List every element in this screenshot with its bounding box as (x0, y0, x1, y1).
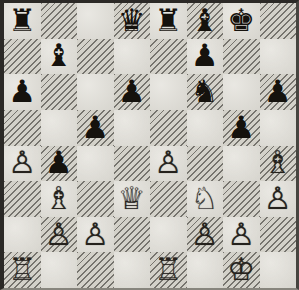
square-c4 (77, 146, 114, 182)
square-c7 (77, 39, 114, 75)
chess-diagram: ♜♛♜♝♚♝♟♟♟♞♟♟♟♙♟♙♗♗♕♘♙♙♙♙♙♖♖♔ (0, 0, 299, 290)
white-queen-d3: ♕ (118, 181, 146, 216)
square-a8: ♜ (4, 3, 41, 39)
square-d6: ♟ (114, 74, 151, 110)
square-e5 (150, 110, 187, 146)
square-c5: ♟ (77, 110, 114, 146)
black-bishop-f8: ♝ (191, 3, 219, 38)
square-e3 (150, 181, 187, 217)
square-a7 (4, 39, 41, 75)
black-knight-f6: ♞ (191, 74, 219, 109)
square-f6: ♞ (187, 74, 224, 110)
black-rook-a8: ♜ (8, 3, 36, 38)
square-b4: ♟ (41, 146, 78, 182)
square-c8 (77, 3, 114, 39)
square-e7 (150, 39, 187, 75)
black-pawn-g5: ♟ (227, 110, 255, 145)
square-h5 (260, 110, 297, 146)
square-g6 (223, 74, 260, 110)
square-a6: ♟ (4, 74, 41, 110)
square-a4: ♙ (4, 146, 41, 182)
white-rook-e1: ♖ (154, 252, 182, 287)
square-d4 (114, 146, 151, 182)
square-f5 (187, 110, 224, 146)
square-e8: ♜ (150, 3, 187, 39)
white-pawn-g2: ♙ (227, 217, 255, 252)
square-h8 (260, 3, 297, 39)
square-f7: ♟ (187, 39, 224, 75)
square-a2 (4, 217, 41, 253)
square-d1 (114, 252, 151, 288)
black-pawn-b4: ♟ (45, 146, 73, 181)
square-g3 (223, 181, 260, 217)
square-c6 (77, 74, 114, 110)
square-a1: ♖ (4, 252, 41, 288)
square-b6 (41, 74, 78, 110)
square-f8: ♝ (187, 3, 224, 39)
white-pawn-f2: ♙ (191, 217, 219, 252)
square-e4: ♙ (150, 146, 187, 182)
white-pawn-c2: ♙ (81, 217, 109, 252)
black-pawn-a6: ♟ (8, 74, 36, 109)
black-pawn-d6: ♟ (118, 74, 146, 109)
square-g4 (223, 146, 260, 182)
white-pawn-b2: ♙ (45, 217, 73, 252)
square-f2: ♙ (187, 217, 224, 253)
square-d7 (114, 39, 151, 75)
square-g5: ♟ (223, 110, 260, 146)
square-e6 (150, 74, 187, 110)
white-rook-a1: ♖ (8, 252, 36, 287)
square-g8: ♚ (223, 3, 260, 39)
square-g7 (223, 39, 260, 75)
black-rook-e8: ♜ (154, 3, 182, 38)
black-pawn-c5: ♟ (81, 110, 109, 145)
white-pawn-a4: ♙ (8, 146, 36, 181)
square-d3: ♕ (114, 181, 151, 217)
square-f3: ♘ (187, 181, 224, 217)
square-b8 (41, 3, 78, 39)
square-f4 (187, 146, 224, 182)
square-e1: ♖ (150, 252, 187, 288)
square-b3: ♗ (41, 181, 78, 217)
square-h6: ♟ (260, 74, 297, 110)
square-g1: ♔ (223, 252, 260, 288)
square-f1 (187, 252, 224, 288)
white-pawn-e4: ♙ (154, 146, 182, 181)
square-d8: ♛ (114, 3, 151, 39)
square-b2: ♙ (41, 217, 78, 253)
chess-board: ♜♛♜♝♚♝♟♟♟♞♟♟♟♙♟♙♗♗♕♘♙♙♙♙♙♖♖♔ (4, 3, 296, 288)
black-bishop-b7: ♝ (45, 39, 73, 74)
square-c2: ♙ (77, 217, 114, 253)
square-h4: ♗ (260, 146, 297, 182)
square-d2 (114, 217, 151, 253)
white-bishop-b3: ♗ (45, 181, 73, 216)
square-b5 (41, 110, 78, 146)
black-king-g8: ♚ (227, 3, 255, 38)
square-b1 (41, 252, 78, 288)
square-h1 (260, 252, 297, 288)
square-a5 (4, 110, 41, 146)
square-h7 (260, 39, 297, 75)
black-queen-d8: ♛ (118, 3, 146, 38)
square-a3 (4, 181, 41, 217)
white-knight-f3: ♘ (191, 181, 219, 216)
black-pawn-h6: ♟ (264, 74, 292, 109)
square-b7: ♝ (41, 39, 78, 75)
black-pawn-f7: ♟ (191, 39, 219, 74)
white-king-g1: ♔ (227, 252, 255, 287)
square-c1 (77, 252, 114, 288)
white-bishop-h4: ♗ (264, 146, 292, 181)
square-d5 (114, 110, 151, 146)
square-h3: ♙ (260, 181, 297, 217)
square-h2 (260, 217, 297, 253)
white-pawn-h3: ♙ (264, 181, 292, 216)
square-c3 (77, 181, 114, 217)
square-g2: ♙ (223, 217, 260, 253)
square-e2 (150, 217, 187, 253)
